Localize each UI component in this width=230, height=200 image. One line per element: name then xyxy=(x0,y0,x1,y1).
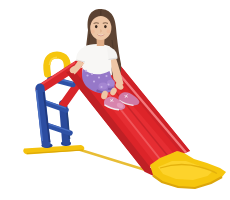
toy-slide-illustration xyxy=(0,0,230,200)
child-face xyxy=(90,16,111,40)
product-photo xyxy=(0,0,230,200)
child-nose xyxy=(101,30,102,33)
cheek xyxy=(91,30,95,34)
cheek xyxy=(107,29,111,33)
